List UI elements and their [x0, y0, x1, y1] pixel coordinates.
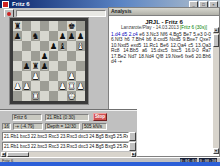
square-h4[interactable] — [76, 61, 85, 71]
toolbar-strip[interactable] — [16, 10, 106, 17]
engine-name: Fritz 6 — [12, 114, 42, 121]
black-pawn[interactable]: ♟ — [40, 61, 49, 71]
black-bishop[interactable]: ♝ — [58, 41, 67, 51]
taskbar — [0, 162, 220, 166]
white-pawn[interactable]: ♟ — [67, 71, 76, 81]
square-g3[interactable]: ♟ — [67, 71, 76, 81]
scroll-down-icon[interactable]: ▼ — [213, 148, 219, 154]
white-king[interactable]: ♚ — [67, 91, 76, 101]
engine-depth: Depth = 12/30 — [45, 123, 80, 130]
square-h6[interactable]: ♝ — [76, 41, 85, 51]
white-bishop[interactable]: ♝ — [76, 41, 85, 51]
square-d3[interactable] — [40, 71, 49, 81]
white-pawn[interactable]: ♟ — [76, 81, 85, 91]
game-site-date: Lanzarote/Play - 14.03.2013 — [121, 25, 180, 30]
square-e6[interactable]: ♟ — [49, 41, 58, 51]
square-h5[interactable] — [76, 51, 85, 61]
square-g8[interactable]: ♚ — [67, 21, 76, 31]
toolbar — [0, 8, 108, 17]
game-annotator: [Fritz 6 (30s)] — [180, 25, 207, 30]
stop-button[interactable]: Stop — [93, 113, 107, 121]
square-a7[interactable]: ♟ — [13, 31, 22, 41]
square-b3[interactable] — [22, 71, 31, 81]
square-b4[interactable]: ♟ — [22, 61, 31, 71]
square-f7[interactable]: ♟ — [58, 31, 67, 41]
square-f8[interactable] — [58, 21, 67, 31]
window-title: Fritz 6 — [12, 0, 30, 8]
black-rook[interactable]: ♜ — [31, 61, 40, 71]
app-icon — [2, 1, 9, 8]
chess-board[interactable]: ♜♚♟♞♟♟♟♟♝♝♟♟♜♟♟♟♟♟♟♜♟♜♚ — [13, 21, 85, 101]
square-b7[interactable] — [22, 31, 31, 41]
square-b2[interactable]: ♟ — [22, 81, 31, 91]
square-e5[interactable] — [49, 51, 58, 61]
square-h1[interactable] — [76, 91, 85, 101]
square-a4[interactable] — [13, 61, 22, 71]
board-frame: ♜♚♟♞♟♟♟♟♝♝♟♟♜♟♟♟♟♟♟♜♟♜♚ — [10, 18, 88, 104]
square-f4[interactable] — [58, 61, 67, 71]
square-g2[interactable]: ♜ — [67, 81, 76, 91]
analysis-vertical-scrollbar[interactable]: ▲ ▼ — [213, 27, 219, 154]
square-c2[interactable] — [31, 81, 40, 91]
square-e8[interactable] — [49, 21, 58, 31]
square-f2[interactable]: ♟ — [58, 81, 67, 91]
square-h3[interactable] — [76, 71, 85, 81]
square-a2[interactable]: ♟ — [13, 81, 22, 91]
square-d7[interactable] — [40, 31, 49, 41]
white-pawn[interactable]: ♟ — [13, 81, 22, 91]
square-a1[interactable] — [13, 91, 22, 101]
square-f1[interactable] — [58, 91, 67, 101]
engine-variation-2[interactable]: 21.Rb1 bxc3 22.bxc3 Rxc3 23.Rxc3 dxc3 24… — [2, 142, 129, 151]
square-c5[interactable] — [31, 51, 40, 61]
square-d6[interactable] — [40, 41, 49, 51]
square-c6[interactable] — [31, 41, 40, 51]
square-e1[interactable] — [49, 91, 58, 101]
square-h2[interactable]: ♟ — [76, 81, 85, 91]
square-e7[interactable] — [49, 31, 58, 41]
square-c4[interactable]: ♜ — [31, 61, 40, 71]
black-pawn[interactable]: ♟ — [76, 31, 85, 41]
white-pawn[interactable]: ♟ — [22, 81, 31, 91]
scroll-up-icon[interactable]: ▲ — [213, 27, 219, 33]
black-pawn[interactable]: ♟ — [22, 61, 31, 71]
black-knight[interactable]: ♞ — [31, 31, 40, 41]
white-pawn[interactable]: ♟ — [31, 71, 40, 81]
notation-rest-moves: e6 3.Nc3 Nf6 4.Bg5 Be7 5.e3 0-0 6.Nf3 h6… — [111, 32, 211, 64]
square-b1[interactable] — [22, 91, 31, 101]
square-c8[interactable] — [31, 21, 40, 31]
engine-current-move: 21.Rb1 (0:30) — [45, 114, 89, 121]
square-e2[interactable] — [49, 81, 58, 91]
variation-1-option-button[interactable] — [129, 132, 136, 141]
square-g6[interactable] — [67, 41, 76, 51]
game-info-line: Lanzarote/Play - 14.03.2013 [Fritz 6 (30… — [109, 25, 219, 30]
square-d4[interactable]: ♟ — [40, 61, 49, 71]
square-d8[interactable] — [40, 21, 49, 31]
square-h7[interactable]: ♟ — [76, 31, 85, 41]
engine-variation-1[interactable]: 21.Rb1 bxc3 22.bxc3 Rxc3 23.Rxc3 dxc3 24… — [2, 132, 129, 141]
square-a8[interactable]: ♜ — [13, 21, 22, 31]
square-g5[interactable] — [67, 51, 76, 61]
black-pawn[interactable]: ♟ — [67, 31, 76, 41]
black-pawn[interactable]: ♟ — [58, 31, 67, 41]
engine-line-number: 16 — [2, 123, 11, 130]
square-f5[interactable] — [58, 51, 67, 61]
engine-evaluation: -+ (-4.79) — [13, 123, 43, 130]
engine-pane: Fritz 6 21.Rb1 (0:30) Stop 16 -+ (-4.79)… — [0, 110, 137, 158]
square-a3[interactable] — [13, 71, 22, 81]
scroll-thumb[interactable] — [213, 34, 219, 47]
square-g7[interactable]: ♟ — [67, 31, 76, 41]
square-b5[interactable] — [22, 51, 31, 61]
square-f3[interactable] — [58, 71, 67, 81]
square-e3[interactable] — [49, 71, 58, 81]
analysis-title: Analysis — [109, 8, 219, 16]
square-h8[interactable] — [76, 21, 85, 31]
square-d1[interactable] — [40, 91, 49, 101]
square-c1[interactable]: ♜ — [31, 91, 40, 101]
white-rook[interactable]: ♜ — [67, 81, 76, 91]
black-king[interactable]: ♚ — [67, 21, 76, 31]
square-a6[interactable] — [13, 41, 22, 51]
square-d2[interactable] — [40, 81, 49, 91]
square-e4[interactable] — [49, 61, 58, 71]
square-b6[interactable] — [22, 41, 31, 51]
black-pawn[interactable]: ♟ — [40, 51, 49, 61]
square-b8[interactable] — [22, 21, 31, 31]
notation-moves[interactable]: 1.d4 d5 2.c4 e6 3.Nc3 Nf6 4.Bg5 Be7 5.e3… — [111, 32, 211, 64]
white-rook[interactable]: ♜ — [31, 91, 40, 101]
notation-lead-moves: 1.d4 d5 2.c4 — [111, 32, 138, 37]
white-pawn[interactable]: ♟ — [58, 81, 67, 91]
square-c7[interactable]: ♞ — [31, 31, 40, 41]
variation-2-option-button[interactable] — [129, 142, 136, 151]
record-icon — [7, 12, 11, 16]
engine-speed: 505 kN/s — [82, 123, 107, 130]
square-f6[interactable]: ♝ — [58, 41, 67, 51]
square-c3[interactable]: ♟ — [31, 71, 40, 81]
fritz-window: Fritz 6 _ □ × ♜♚♟♞♟♟♟♟♝♝♟♟♜♟♟♟♟♟♟♜♟♜♚ An… — [0, 0, 220, 166]
black-pawn[interactable]: ♟ — [13, 31, 22, 41]
square-d5[interactable]: ♟ — [40, 51, 49, 61]
square-g4[interactable] — [67, 61, 76, 71]
black-rook[interactable]: ♜ — [13, 21, 22, 31]
black-pawn[interactable]: ♟ — [49, 41, 58, 51]
square-a5[interactable] — [13, 51, 22, 61]
square-g1[interactable]: ♚ — [67, 91, 76, 101]
board-pane: ♜♚♟♞♟♟♟♟♝♝♟♟♜♟♟♟♟♟♟♜♟♜♚ — [0, 17, 109, 110]
